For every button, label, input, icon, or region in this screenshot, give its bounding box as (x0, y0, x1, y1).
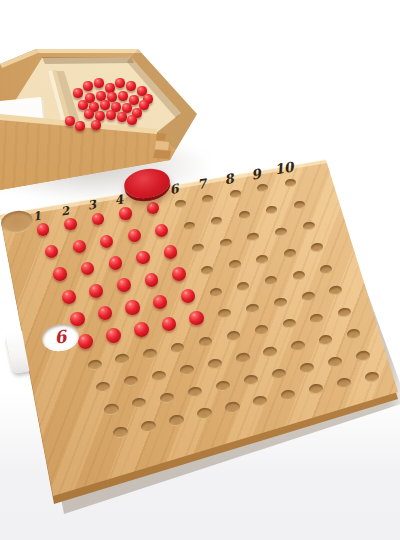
board-bead-r6c4[interactable] (162, 317, 177, 332)
hole-r5c7[interactable] (237, 281, 251, 292)
column-label-8: 8 (223, 171, 235, 187)
hole-r4c9[interactable] (283, 248, 296, 258)
board-bead-r3c1[interactable] (53, 267, 67, 281)
hole-r2c8[interactable] (238, 211, 250, 221)
hole-r3c6[interactable] (192, 243, 205, 253)
hole-r5c8[interactable] (264, 275, 278, 286)
hole-r10c6[interactable] (252, 395, 268, 408)
hole-r6c6[interactable] (217, 308, 231, 319)
hole-r10c4[interactable] (196, 407, 212, 420)
board-bead-r5c4[interactable] (153, 295, 167, 309)
hole-r9c3[interactable] (159, 391, 175, 403)
hole-r2c9[interactable] (265, 205, 277, 215)
board-bead-r2c2[interactable] (73, 240, 86, 253)
hole-r8c6[interactable] (235, 352, 250, 364)
board-bead-r5c1[interactable] (70, 312, 85, 327)
board-bead-r4c1[interactable] (62, 290, 76, 304)
board-bead-r1c1[interactable] (37, 223, 50, 236)
column-label-7: 7 (196, 176, 208, 192)
hole-r8c9[interactable] (319, 334, 334, 346)
hole-r7c5[interactable] (198, 336, 213, 348)
hole-r3c8[interactable] (247, 232, 260, 242)
hole-r8c7[interactable] (263, 346, 278, 358)
hole-r4c10[interactable] (311, 243, 324, 253)
hole-r8c3[interactable] (151, 369, 166, 381)
hole-r10c3[interactable] (168, 413, 184, 426)
board-bead-r5c5[interactable] (181, 289, 195, 303)
card-value: 6 (53, 328, 68, 347)
hole-r8c8[interactable] (291, 340, 306, 352)
hole-r1c9[interactable] (257, 184, 269, 193)
hole-r6c9[interactable] (301, 291, 315, 302)
hole-r4c7[interactable] (228, 259, 241, 269)
hole-r8c10[interactable] (346, 328, 361, 340)
hole-r1c8[interactable] (229, 189, 241, 198)
hole-r8c4[interactable] (179, 363, 194, 375)
board-bead-r5c3[interactable] (125, 300, 139, 314)
board-bead-r3c5[interactable] (164, 245, 177, 258)
column-label-2: 2 (59, 203, 69, 218)
board-bead-r4c3[interactable] (117, 278, 131, 292)
column-label-4: 4 (114, 192, 125, 207)
hole-r9c6[interactable] (243, 373, 258, 385)
hole-r6c8[interactable] (273, 297, 287, 308)
hole-r9c9[interactable] (327, 355, 342, 367)
column-label-6: 6 (169, 181, 180, 197)
hole-r5c9[interactable] (292, 270, 306, 281)
board-bead-r4c5[interactable] (172, 267, 186, 281)
hole-r10c10[interactable] (364, 371, 379, 383)
board-bead-r1c4[interactable] (119, 207, 132, 220)
hole-r9c8[interactable] (299, 361, 314, 373)
hole-r10c9[interactable] (336, 377, 352, 389)
hole-r9c1[interactable] (103, 403, 119, 416)
board-bead-r3c3[interactable] (109, 256, 123, 270)
column-label-9: 9 (250, 165, 262, 182)
hole-r2c10[interactable] (293, 200, 305, 210)
bead-grid: 12345678910 (0, 0, 400, 540)
hole-r3c7[interactable] (219, 238, 232, 248)
column-label-3: 3 (87, 198, 98, 213)
board-bead-r1c3[interactable] (92, 213, 105, 226)
hole-r10c2[interactable] (140, 419, 156, 432)
hole-r3c9[interactable] (274, 227, 287, 237)
hole-r10c1[interactable] (112, 425, 129, 438)
hole-r8c1[interactable] (95, 381, 110, 393)
hole-r5c6[interactable] (209, 287, 223, 298)
hole-r7c10[interactable] (338, 307, 352, 318)
hole-r8c2[interactable] (123, 375, 138, 387)
hole-r3c10[interactable] (302, 221, 315, 231)
board-bead-r2c4[interactable] (128, 229, 141, 242)
board-bead-r6c3[interactable] (134, 322, 149, 337)
hole-r9c2[interactable] (131, 397, 147, 410)
hole-r7c2[interactable] (115, 353, 130, 365)
board-bead-r2c1[interactable] (45, 245, 58, 258)
hole-r10c8[interactable] (308, 383, 324, 395)
hole-r10c5[interactable] (224, 401, 240, 414)
column-label-10: 10 (273, 159, 295, 178)
board-bead-r3c4[interactable] (136, 251, 150, 265)
hole-r7c4[interactable] (170, 342, 185, 354)
column-label-1: 1 (32, 208, 42, 223)
scene: 12345678910 6 (0, 0, 400, 540)
hole-r9c10[interactable] (355, 349, 370, 361)
hole-r7c7[interactable] (254, 324, 269, 335)
board-bead-r6c1[interactable] (78, 334, 93, 349)
hole-r9c4[interactable] (187, 385, 203, 397)
hole-r7c3[interactable] (143, 348, 158, 360)
hole-r6c10[interactable] (329, 285, 343, 296)
hole-r4c8[interactable] (255, 254, 268, 264)
hole-r5c10[interactable] (320, 264, 333, 275)
hole-r7c6[interactable] (226, 330, 241, 341)
board-bead-r4c4[interactable] (145, 273, 159, 287)
board-bead-r3c2[interactable] (81, 262, 95, 276)
hole-r6c7[interactable] (245, 303, 259, 314)
board-bead-r2c5[interactable] (155, 224, 168, 237)
hole-r1c10[interactable] (284, 178, 296, 187)
board-bead-r1c5[interactable] (147, 202, 160, 215)
hole-r8c5[interactable] (207, 358, 222, 370)
hole-r7c9[interactable] (310, 313, 324, 324)
board-bead-r4c2[interactable] (89, 284, 103, 298)
board-bead-r5c2[interactable] (98, 306, 112, 320)
board-bead-r6c5[interactable] (189, 311, 204, 326)
hole-r2c7[interactable] (210, 216, 222, 226)
board-bead-r2c3[interactable] (100, 235, 113, 248)
hole-r9c5[interactable] (215, 379, 231, 391)
board-bead-r1c2[interactable] (64, 218, 77, 231)
hole-r1c7[interactable] (202, 194, 214, 203)
hole-r7c8[interactable] (282, 318, 296, 329)
hole-r9c7[interactable] (271, 367, 286, 379)
hole-r7c1[interactable] (87, 359, 102, 371)
board-bead-r6c2[interactable] (106, 328, 121, 343)
hole-r1c6[interactable] (174, 200, 186, 209)
hole-r2c6[interactable] (183, 221, 195, 231)
hole-r4c6[interactable] (200, 265, 213, 275)
hole-r10c7[interactable] (280, 389, 296, 401)
